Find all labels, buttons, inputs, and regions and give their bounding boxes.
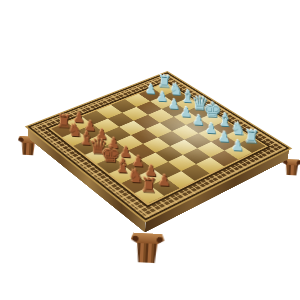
piece-black-pawn-f7: ♟ [204, 121, 217, 136]
piece-black-pawn-a7: ♟ [144, 82, 156, 96]
chess-set-photo: ♜♞♝♛♚♝♞♜♟♟♟♟♟♟♟♟♟♟♟♟♟♟♟♟♜♞♝♛♚♝♞♜ [0, 0, 300, 300]
piece-white-rook-h1: ♜ [139, 175, 158, 196]
chess-board: ♜♞♝♛♚♝♞♜♟♟♟♟♟♟♟♟♟♟♟♟♟♟♟♟♜♞♝♛♚♝♞♜ [25, 71, 293, 222]
piece-black-pawn-e7: ♟ [192, 112, 205, 126]
board-perspective-wrap: ♜♞♝♛♚♝♞♜♟♟♟♟♟♟♟♟♟♟♟♟♟♟♟♟♜♞♝♛♚♝♞♜ [0, 0, 300, 300]
piece-black-pawn-g7: ♟ [217, 129, 230, 144]
piece-black-pawn-c7: ♟ [168, 97, 181, 111]
board-foot-near-corner [129, 232, 164, 263]
piece-black-pawn-h7: ♟ [231, 138, 245, 153]
board-squares: ♜♞♝♛♚♝♞♜♟♟♟♟♟♟♟♟♟♟♟♟♟♟♟♟♜♞♝♛♚♝♞♜ [48, 82, 268, 206]
piece-white-pawn-h2: ♟ [157, 172, 171, 188]
piece-black-pawn-d7: ♟ [180, 105, 193, 119]
piece-black-pawn-b7: ♟ [156, 89, 169, 103]
square-f6 [184, 133, 211, 148]
piece-black-rook-h8: ♜ [243, 127, 260, 146]
